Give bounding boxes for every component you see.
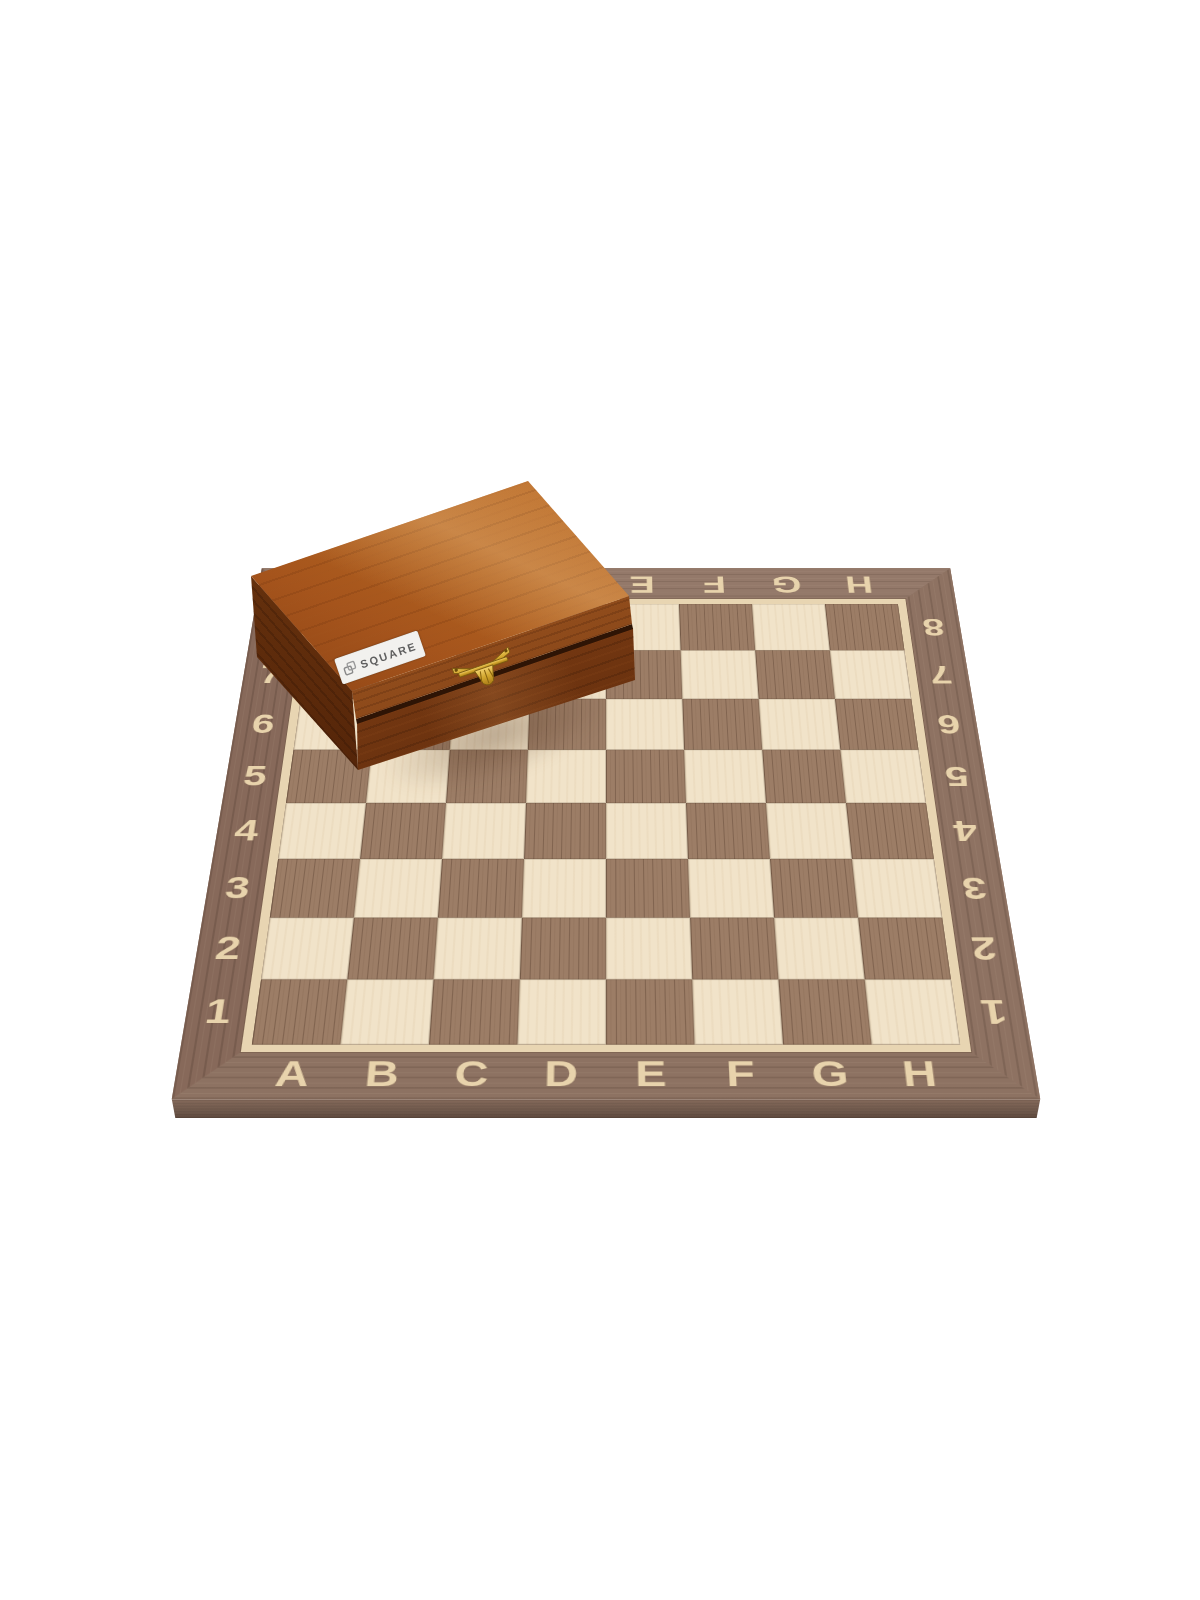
square-g8	[752, 604, 830, 650]
file-label-bottom-f: F	[695, 1050, 787, 1100]
square-g3	[770, 859, 858, 918]
file-label-top-g: G	[749, 568, 824, 600]
square-h4	[846, 803, 934, 859]
overlapping-squares-logo-icon	[341, 659, 359, 677]
square-g5	[762, 750, 846, 803]
square-c2	[434, 918, 522, 980]
square-h6	[835, 699, 919, 750]
square-f4	[686, 803, 770, 859]
square-a1	[252, 979, 347, 1044]
square-g1	[778, 979, 871, 1044]
wooden-chess-pieces-box: SQUARE	[240, 470, 650, 790]
square-g4	[766, 803, 852, 859]
square-c3	[438, 859, 524, 918]
file-label-bottom-e: E	[606, 1050, 696, 1100]
square-h7	[830, 650, 911, 699]
square-f2	[690, 918, 778, 980]
square-d4	[524, 803, 606, 859]
file-label-bottom-d: D	[516, 1050, 606, 1100]
square-d3	[522, 859, 606, 918]
square-d1	[517, 979, 606, 1044]
square-f6	[682, 699, 762, 750]
square-e1	[606, 979, 695, 1044]
file-label-bottom-h: H	[872, 1050, 968, 1100]
square-f8	[679, 604, 755, 650]
square-b2	[347, 918, 438, 980]
square-f3	[688, 859, 774, 918]
rank-label-right-6: 6	[917, 699, 981, 750]
square-c1	[429, 979, 520, 1044]
file-label-bottom-a: A	[244, 1050, 340, 1100]
square-a3	[270, 859, 360, 918]
square-f7	[681, 650, 759, 699]
square-h8	[825, 604, 905, 650]
square-f5	[684, 750, 766, 803]
board-front-edge	[172, 1099, 1040, 1118]
file-label-top-f: F	[678, 568, 752, 600]
square-g6	[759, 699, 841, 750]
rank-label-right-8: 8	[903, 604, 964, 650]
square-f1	[692, 979, 783, 1044]
square-h1	[865, 979, 960, 1044]
file-label-top-h: H	[821, 568, 897, 600]
square-h5	[840, 750, 926, 803]
square-g2	[774, 918, 865, 980]
square-d2	[520, 918, 606, 980]
file-label-bottom-g: G	[783, 1050, 877, 1100]
square-e2	[606, 918, 692, 980]
square-b1	[340, 979, 433, 1044]
square-g7	[755, 650, 835, 699]
square-h3	[852, 859, 942, 918]
square-h2	[858, 918, 951, 980]
square-e4	[606, 803, 688, 859]
square-b3	[354, 859, 442, 918]
square-e3	[606, 859, 690, 918]
file-label-bottom-b: B	[335, 1050, 429, 1100]
square-a2	[261, 918, 354, 980]
file-label-bottom-c: C	[425, 1050, 517, 1100]
product-photo-stage: AABBCCDDEEFFGGHH8877665544332211 SQUARE	[0, 0, 1200, 1600]
